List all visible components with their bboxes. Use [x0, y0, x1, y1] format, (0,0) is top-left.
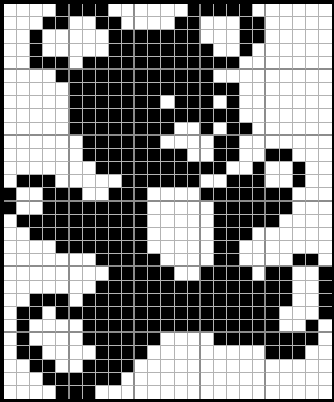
stitch-cell-filled — [70, 188, 83, 201]
stitch-cell-empty — [293, 307, 306, 320]
stitch-cell-filled — [109, 346, 122, 359]
stitch-cell-filled — [148, 57, 161, 70]
stitch-cell-empty — [17, 267, 30, 280]
stitch-cell-empty — [161, 17, 174, 30]
stitch-cell-empty — [188, 333, 201, 346]
stitch-cell-empty — [4, 373, 17, 386]
stitch-cell-empty — [109, 175, 122, 188]
stitch-cell-empty — [17, 30, 30, 43]
stitch-cell-filled — [109, 44, 122, 57]
stitch-cell-filled — [188, 162, 201, 175]
stitch-cell-filled — [30, 307, 43, 320]
stitch-cell-empty — [96, 175, 109, 188]
stitch-cell-empty — [201, 30, 214, 43]
stitch-cell-filled — [201, 96, 214, 109]
stitch-cell-filled — [70, 386, 83, 399]
stitch-cell-empty — [161, 386, 174, 399]
stitch-cell-empty — [319, 386, 332, 399]
stitch-cell-filled — [122, 202, 135, 215]
stitch-cell-filled — [96, 320, 109, 333]
stitch-cell-empty — [201, 228, 214, 241]
stitch-cell-empty — [266, 109, 279, 122]
stitch-cell-filled — [96, 83, 109, 96]
stitch-cell-empty — [17, 188, 30, 201]
stitch-cell-filled — [306, 254, 319, 267]
stitch-cell-empty — [188, 149, 201, 162]
stitch-cell-filled — [253, 281, 266, 294]
stitch-cell-empty — [188, 346, 201, 359]
stitch-cell-filled — [135, 215, 148, 228]
stitch-cell-empty — [240, 57, 253, 70]
stitch-cell-filled — [135, 109, 148, 122]
stitch-cell-empty — [188, 386, 201, 399]
stitch-cell-empty — [43, 136, 56, 149]
stitch-cell-filled — [56, 4, 69, 17]
stitch-cell-filled — [56, 17, 69, 30]
stitch-cell-filled — [83, 123, 96, 136]
stitch-cell-empty — [306, 123, 319, 136]
stitch-cell-filled — [43, 360, 56, 373]
stitch-cell-filled — [148, 162, 161, 175]
stitch-cell-empty — [148, 4, 161, 17]
stitch-cell-empty — [83, 175, 96, 188]
stitch-cell-filled — [135, 44, 148, 57]
stitch-cell-filled — [17, 346, 30, 359]
stitch-cell-filled — [319, 281, 332, 294]
stitch-cell-filled — [109, 281, 122, 294]
stitch-cell-empty — [306, 281, 319, 294]
stitch-cell-empty — [306, 294, 319, 307]
stitch-cell-empty — [30, 188, 43, 201]
stitch-cell-empty — [240, 386, 253, 399]
stitch-cell-empty — [4, 386, 17, 399]
stitch-cell-empty — [70, 30, 83, 43]
stitch-cell-empty — [293, 294, 306, 307]
stitch-cell-filled — [266, 307, 279, 320]
stitch-cell-filled — [122, 294, 135, 307]
stitch-cell-filled — [240, 17, 253, 30]
stitch-cell-filled — [253, 202, 266, 215]
stitch-cell-empty — [96, 30, 109, 43]
stitch-cell-empty — [319, 123, 332, 136]
stitch-cell-filled — [135, 228, 148, 241]
stitch-cell-empty — [56, 267, 69, 280]
stitch-cell-empty — [306, 83, 319, 96]
stitch-cell-empty — [56, 254, 69, 267]
stitch-cell-empty — [30, 333, 43, 346]
stitch-cell-empty — [266, 386, 279, 399]
stitch-cell-filled — [148, 70, 161, 83]
stitch-cell-empty — [280, 109, 293, 122]
stitch-cell-empty — [266, 70, 279, 83]
stitch-cell-empty — [319, 57, 332, 70]
stitch-cell-filled — [188, 17, 201, 30]
stitch-cell-filled — [122, 346, 135, 359]
stitch-cell-filled — [83, 215, 96, 228]
stitch-cell-filled — [175, 149, 188, 162]
stitch-cell-filled — [148, 83, 161, 96]
stitch-cell-empty — [161, 202, 174, 215]
stitch-cell-empty — [240, 162, 253, 175]
stitch-cell-empty — [43, 162, 56, 175]
stitch-cell-empty — [30, 83, 43, 96]
stitch-cell-filled — [135, 188, 148, 201]
stitch-cell-empty — [201, 202, 214, 215]
stitch-cell-empty — [319, 228, 332, 241]
stitch-cell-filled — [122, 360, 135, 373]
stitch-cell-filled — [109, 360, 122, 373]
stitch-cell-empty — [83, 346, 96, 359]
stitch-cell-empty — [253, 267, 266, 280]
stitch-cell-empty — [253, 44, 266, 57]
stitch-cell-empty — [148, 386, 161, 399]
stitch-cell-empty — [240, 70, 253, 83]
stitch-cell-empty — [293, 281, 306, 294]
stitch-cell-empty — [56, 96, 69, 109]
stitch-cell-filled — [148, 44, 161, 57]
stitch-cell-empty — [306, 96, 319, 109]
stitch-cell-empty — [293, 267, 306, 280]
stitch-cell-empty — [293, 386, 306, 399]
stitch-cell-empty — [135, 17, 148, 30]
stitch-cell-filled — [109, 241, 122, 254]
stitch-cell-filled — [240, 202, 253, 215]
stitch-cell-filled — [293, 175, 306, 188]
stitch-cell-filled — [293, 254, 306, 267]
stitch-cell-filled — [135, 307, 148, 320]
stitch-cell-empty — [266, 96, 279, 109]
stitch-cell-empty — [253, 123, 266, 136]
stitch-cell-filled — [227, 83, 240, 96]
stitch-cell-empty — [43, 70, 56, 83]
stitch-cell-filled — [214, 57, 227, 70]
stitch-cell-empty — [280, 136, 293, 149]
stitch-cell-filled — [109, 373, 122, 386]
stitch-cell-empty — [17, 241, 30, 254]
stitch-cell-filled — [148, 149, 161, 162]
stitch-cell-empty — [148, 215, 161, 228]
stitch-cell-empty — [175, 136, 188, 149]
stitch-cell-filled — [148, 109, 161, 122]
stitch-cell-empty — [240, 96, 253, 109]
stitch-cell-empty — [4, 215, 17, 228]
stitch-cell-empty — [266, 44, 279, 57]
stitch-cell-empty — [17, 109, 30, 122]
stitch-cell-filled — [201, 57, 214, 70]
stitch-cell-filled — [240, 188, 253, 201]
stitch-cell-filled — [280, 267, 293, 280]
stitch-cell-filled — [122, 215, 135, 228]
stitch-cell-empty — [83, 281, 96, 294]
stitch-cell-filled — [253, 333, 266, 346]
stitch-cell-filled — [188, 294, 201, 307]
stitch-cell-empty — [266, 17, 279, 30]
stitch-cell-empty — [17, 44, 30, 57]
stitch-cell-filled — [122, 333, 135, 346]
stitch-cell-empty — [266, 136, 279, 149]
stitch-cell-empty — [266, 4, 279, 17]
stitch-cell-empty — [17, 254, 30, 267]
stitch-cell-empty — [148, 241, 161, 254]
stitch-cell-empty — [161, 346, 174, 359]
stitch-cell-empty — [83, 30, 96, 43]
stitch-cell-filled — [253, 294, 266, 307]
stitch-cell-empty — [253, 109, 266, 122]
stitch-cell-filled — [96, 162, 109, 175]
stitch-cell-empty — [4, 83, 17, 96]
stitch-cell-empty — [293, 17, 306, 30]
stitch-cell-empty — [306, 162, 319, 175]
stitch-cell-empty — [43, 320, 56, 333]
stitch-cell-empty — [43, 281, 56, 294]
stitch-cell-filled — [70, 373, 83, 386]
stitch-cell-empty — [293, 70, 306, 83]
stitch-cell-filled — [109, 83, 122, 96]
stitch-cell-empty — [17, 228, 30, 241]
stitch-cell-empty — [306, 241, 319, 254]
stitch-cell-empty — [240, 109, 253, 122]
stitch-cell-empty — [30, 254, 43, 267]
stitch-cell-empty — [122, 386, 135, 399]
stitch-cell-filled — [135, 281, 148, 294]
stitch-cell-empty — [30, 123, 43, 136]
stitch-cell-filled — [135, 202, 148, 215]
stitch-cell-empty — [214, 44, 227, 57]
stitch-cell-empty — [319, 162, 332, 175]
stitch-cell-filled — [201, 294, 214, 307]
stitch-cell-filled — [240, 175, 253, 188]
stitch-cell-empty — [188, 360, 201, 373]
stitch-cell-filled — [122, 188, 135, 201]
stitch-cell-filled — [135, 175, 148, 188]
stitch-cell-filled — [96, 254, 109, 267]
stitch-cell-empty — [293, 360, 306, 373]
stitch-cell-empty — [43, 149, 56, 162]
stitch-cell-empty — [266, 57, 279, 70]
stitch-cell-empty — [4, 109, 17, 122]
stitch-cell-empty — [4, 294, 17, 307]
stitch-cell-empty — [56, 83, 69, 96]
stitch-cell-empty — [319, 149, 332, 162]
stitch-cell-filled — [148, 175, 161, 188]
stitch-cell-filled — [201, 188, 214, 201]
stitch-cell-empty — [280, 307, 293, 320]
stitch-cell-filled — [83, 386, 96, 399]
stitch-cell-empty — [175, 346, 188, 359]
stitch-cell-empty — [43, 44, 56, 57]
stitch-cell-empty — [109, 386, 122, 399]
stitch-cell-empty — [148, 346, 161, 359]
stitch-cell-filled — [240, 333, 253, 346]
stitch-cell-empty — [306, 360, 319, 373]
stitch-cell-filled — [83, 136, 96, 149]
stitch-cell-filled — [109, 254, 122, 267]
stitch-cell-filled — [70, 123, 83, 136]
stitch-cell-filled — [306, 320, 319, 333]
stitch-cell-empty — [280, 162, 293, 175]
stitch-cell-empty — [43, 307, 56, 320]
stitch-cell-filled — [109, 215, 122, 228]
stitch-cell-filled — [161, 267, 174, 280]
stitch-cell-empty — [214, 70, 227, 83]
stitch-cell-filled — [227, 202, 240, 215]
stitch-cell-filled — [240, 123, 253, 136]
stitch-cell-empty — [56, 109, 69, 122]
stitch-cell-filled — [96, 373, 109, 386]
stitch-cell-filled — [17, 333, 30, 346]
stitch-cell-empty — [240, 136, 253, 149]
stitch-cell-filled — [253, 307, 266, 320]
stitch-cell-filled — [43, 57, 56, 70]
stitch-cell-filled — [148, 320, 161, 333]
stitch-cell-empty — [280, 320, 293, 333]
stitch-cell-empty — [306, 228, 319, 241]
stitch-cell-empty — [293, 136, 306, 149]
stitch-cell-empty — [306, 188, 319, 201]
stitch-cell-filled — [188, 4, 201, 17]
pattern-board — [4, 4, 332, 399]
stitch-cell-empty — [17, 57, 30, 70]
stitch-cell-filled — [17, 215, 30, 228]
stitch-cell-empty — [319, 188, 332, 201]
stitch-cell-empty — [214, 360, 227, 373]
stitch-cell-empty — [17, 123, 30, 136]
stitch-cell-empty — [201, 175, 214, 188]
stitch-cell-filled — [30, 346, 43, 359]
stitch-cell-filled — [148, 30, 161, 43]
stitch-cell-filled — [43, 202, 56, 215]
stitch-cell-filled — [135, 123, 148, 136]
stitch-cell-empty — [266, 241, 279, 254]
stitch-cell-empty — [240, 373, 253, 386]
stitch-cell-empty — [280, 123, 293, 136]
stitch-cell-empty — [214, 17, 227, 30]
stitch-cell-filled — [109, 333, 122, 346]
stitch-cell-filled — [175, 17, 188, 30]
stitch-cell-filled — [227, 149, 240, 162]
stitch-cell-empty — [4, 162, 17, 175]
stitch-cell-empty — [293, 202, 306, 215]
stitch-cell-filled — [306, 333, 319, 346]
stitch-cell-filled — [161, 70, 174, 83]
stitch-cell-empty — [306, 57, 319, 70]
stitch-cell-filled — [135, 30, 148, 43]
stitch-cell-filled — [109, 188, 122, 201]
stitch-cell-empty — [306, 149, 319, 162]
stitch-cell-empty — [56, 162, 69, 175]
stitch-cell-filled — [109, 267, 122, 280]
stitch-cell-empty — [56, 360, 69, 373]
stitch-cell-empty — [293, 215, 306, 228]
stitch-cell-empty — [319, 241, 332, 254]
stitch-cell-filled — [280, 202, 293, 215]
stitch-cell-empty — [253, 136, 266, 149]
stitch-cell-filled — [240, 228, 253, 241]
stitch-cell-empty — [293, 83, 306, 96]
stitch-cell-empty — [17, 136, 30, 149]
stitch-cell-empty — [70, 360, 83, 373]
stitch-cell-empty — [135, 373, 148, 386]
stitch-cell-filled — [70, 70, 83, 83]
stitch-cell-filled — [266, 281, 279, 294]
stitch-cell-filled — [109, 123, 122, 136]
stitch-cell-empty — [56, 136, 69, 149]
stitch-cell-empty — [4, 228, 17, 241]
stitch-cell-empty — [280, 57, 293, 70]
stitch-cell-empty — [188, 228, 201, 241]
stitch-cell-filled — [96, 123, 109, 136]
stitch-cell-empty — [161, 254, 174, 267]
stitch-cell-filled — [214, 267, 227, 280]
stitch-cell-empty — [306, 202, 319, 215]
stitch-cell-filled — [188, 320, 201, 333]
stitch-cell-filled — [56, 373, 69, 386]
stitch-cell-empty — [319, 70, 332, 83]
stitch-cell-filled — [227, 294, 240, 307]
stitch-cell-filled — [161, 83, 174, 96]
stitch-cell-empty — [319, 30, 332, 43]
stitch-cell-filled — [319, 307, 332, 320]
stitch-cell-filled — [214, 202, 227, 215]
stitch-cell-empty — [201, 136, 214, 149]
stitch-cell-filled — [266, 294, 279, 307]
stitch-cell-filled — [175, 30, 188, 43]
stitch-cell-empty — [175, 360, 188, 373]
stitch-cell-filled — [96, 228, 109, 241]
stitch-cell-empty — [43, 96, 56, 109]
stitch-cell-filled — [83, 83, 96, 96]
stitch-cell-filled — [253, 175, 266, 188]
stitch-cell-empty — [30, 149, 43, 162]
stitch-cell-empty — [188, 136, 201, 149]
stitch-cell-empty — [4, 123, 17, 136]
stitch-cell-filled — [214, 4, 227, 17]
stitch-cell-filled — [122, 123, 135, 136]
stitch-cell-filled — [175, 44, 188, 57]
stitch-cell-empty — [17, 294, 30, 307]
stitch-cell-empty — [175, 373, 188, 386]
stitch-cell-empty — [280, 241, 293, 254]
stitch-cell-empty — [161, 188, 174, 201]
stitch-cell-empty — [4, 267, 17, 280]
stitch-cell-empty — [293, 30, 306, 43]
stitch-cell-filled — [161, 175, 174, 188]
stitch-cell-filled — [161, 281, 174, 294]
stitch-cell-filled — [43, 228, 56, 241]
stitch-cell-filled — [227, 96, 240, 109]
stitch-cell-empty — [96, 44, 109, 57]
stitch-cell-filled — [148, 333, 161, 346]
stitch-cell-empty — [30, 96, 43, 109]
stitch-cell-filled — [188, 96, 201, 109]
stitch-cell-filled — [17, 307, 30, 320]
stitch-cell-empty — [56, 333, 69, 346]
stitch-cell-filled — [56, 241, 69, 254]
stitch-cell-filled — [96, 360, 109, 373]
stitch-cell-filled — [227, 123, 240, 136]
stitch-cell-empty — [17, 202, 30, 215]
stitch-cell-empty — [280, 30, 293, 43]
stitch-cell-filled — [214, 241, 227, 254]
stitch-cell-empty — [214, 373, 227, 386]
stitch-cell-filled — [122, 96, 135, 109]
stitch-cell-filled — [96, 241, 109, 254]
stitch-cell-filled — [201, 70, 214, 83]
stitch-cell-filled — [188, 307, 201, 320]
stitch-cell-filled — [161, 149, 174, 162]
stitch-cell-empty — [293, 96, 306, 109]
stitch-cell-filled — [240, 30, 253, 43]
